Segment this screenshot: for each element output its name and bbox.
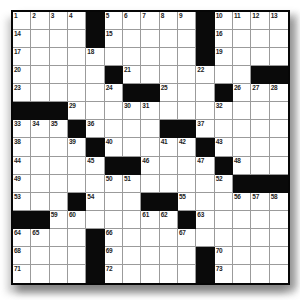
white-cell[interactable]: 70 (215, 247, 233, 265)
clue-number: 25 (161, 84, 168, 92)
white-cell[interactable]: 41 (160, 138, 178, 156)
clue-number: 18 (87, 48, 94, 56)
clue-number: 39 (69, 138, 76, 146)
clue-number: 56 (234, 193, 241, 201)
clue-number: 19 (216, 48, 223, 56)
clue-number: 53 (14, 193, 21, 201)
clue-number: 73 (216, 265, 223, 273)
white-cell[interactable] (270, 102, 288, 120)
clue-number: 51 (124, 175, 131, 183)
white-cell[interactable] (233, 229, 251, 247)
white-cell[interactable] (86, 102, 104, 120)
white-cell[interactable]: 45 (86, 157, 104, 175)
black-cell (215, 84, 233, 102)
white-cell[interactable] (31, 247, 49, 265)
black-cell (196, 12, 214, 30)
white-cell[interactable]: 59 (50, 211, 68, 229)
black-cell (196, 247, 214, 265)
white-cell[interactable]: 15 (105, 30, 123, 48)
white-cell[interactable] (31, 48, 49, 66)
white-cell[interactable] (215, 211, 233, 229)
white-cell[interactable]: 37 (196, 120, 214, 138)
clue-number: 34 (32, 120, 39, 128)
clue-number: 63 (197, 211, 204, 219)
clue-number: 58 (271, 193, 278, 201)
clue-number: 13 (271, 12, 278, 20)
white-cell[interactable] (141, 265, 159, 283)
white-cell[interactable] (105, 48, 123, 66)
clue-number: 59 (51, 211, 58, 219)
white-cell[interactable] (270, 247, 288, 265)
black-cell (31, 102, 49, 120)
white-cell[interactable] (50, 138, 68, 156)
clue-number: 62 (161, 211, 168, 219)
crossword-puzzle: 1234567891011121314151617181920212223242… (0, 0, 300, 300)
white-cell[interactable]: 35 (50, 120, 68, 138)
white-cell[interactable] (270, 265, 288, 283)
white-cell[interactable] (141, 138, 159, 156)
white-cell[interactable]: 52 (215, 175, 233, 193)
white-cell[interactable] (86, 66, 104, 84)
white-cell[interactable] (270, 138, 288, 156)
black-cell (178, 211, 196, 229)
white-cell[interactable] (196, 175, 214, 193)
white-cell[interactable]: 1 (13, 12, 31, 30)
white-cell[interactable]: 40 (105, 138, 123, 156)
clue-number: 66 (106, 229, 113, 237)
white-cell[interactable]: 9 (178, 12, 196, 30)
white-cell[interactable]: 56 (233, 193, 251, 211)
white-cell[interactable]: 38 (13, 138, 31, 156)
white-cell[interactable] (105, 211, 123, 229)
white-cell[interactable]: 54 (86, 193, 104, 211)
clue-number: 60 (69, 211, 76, 219)
clue-number: 38 (14, 138, 21, 146)
clue-number: 15 (106, 30, 113, 38)
clue-number: 71 (14, 265, 21, 273)
black-cell (123, 157, 141, 175)
white-cell[interactable]: 10 (215, 12, 233, 30)
white-cell[interactable] (270, 211, 288, 229)
white-cell[interactable] (141, 66, 159, 84)
white-cell[interactable]: 67 (178, 229, 196, 247)
white-cell[interactable] (123, 193, 141, 211)
clue-number: 31 (142, 102, 149, 110)
white-cell[interactable] (50, 193, 68, 211)
clue-number: 64 (14, 229, 21, 237)
white-cell[interactable] (160, 30, 178, 48)
white-cell[interactable]: 2 (31, 12, 49, 30)
white-cell[interactable]: 57 (251, 193, 269, 211)
white-cell[interactable]: 64 (13, 229, 31, 247)
black-cell (233, 175, 251, 193)
clue-number: 3 (51, 12, 54, 20)
white-cell[interactable] (68, 66, 86, 84)
white-cell[interactable] (233, 211, 251, 229)
white-cell[interactable]: 33 (13, 120, 31, 138)
black-cell (86, 265, 104, 283)
white-cell[interactable]: 65 (31, 229, 49, 247)
white-cell[interactable] (215, 193, 233, 211)
white-cell[interactable] (215, 66, 233, 84)
clue-number: 54 (87, 193, 94, 201)
black-cell (68, 120, 86, 138)
white-cell[interactable] (68, 30, 86, 48)
white-cell[interactable] (31, 138, 49, 156)
clue-number: 52 (216, 175, 223, 183)
white-cell[interactable] (31, 157, 49, 175)
white-cell[interactable]: 12 (251, 12, 269, 30)
white-cell[interactable]: 69 (105, 247, 123, 265)
clue-number: 49 (14, 175, 21, 183)
black-cell (160, 193, 178, 211)
black-cell (123, 84, 141, 102)
clue-number: 29 (69, 102, 76, 110)
white-cell[interactable] (178, 157, 196, 175)
black-cell (178, 120, 196, 138)
clue-number: 27 (252, 84, 259, 92)
black-cell (13, 211, 31, 229)
white-cell[interactable] (178, 247, 196, 265)
white-cell[interactable] (160, 229, 178, 247)
white-cell[interactable] (178, 48, 196, 66)
white-cell[interactable]: 47 (196, 157, 214, 175)
white-cell[interactable] (50, 66, 68, 84)
white-cell[interactable] (50, 157, 68, 175)
black-cell (196, 265, 214, 283)
white-cell[interactable]: 68 (13, 247, 31, 265)
black-cell (86, 30, 104, 48)
black-cell (105, 157, 123, 175)
white-cell[interactable] (178, 175, 196, 193)
clue-number: 35 (51, 120, 58, 128)
white-cell[interactable]: 18 (86, 48, 104, 66)
white-cell[interactable] (233, 265, 251, 283)
black-cell (196, 48, 214, 66)
white-cell[interactable]: 62 (160, 211, 178, 229)
white-cell[interactable]: 25 (160, 84, 178, 102)
white-cell[interactable]: 44 (13, 157, 31, 175)
white-cell[interactable]: 6 (123, 12, 141, 30)
white-cell[interactable] (123, 120, 141, 138)
white-cell[interactable]: 32 (215, 102, 233, 120)
clue-number: 55 (179, 193, 186, 201)
white-cell[interactable] (123, 30, 141, 48)
white-cell[interactable]: 53 (13, 193, 31, 211)
white-cell[interactable]: 29 (68, 102, 86, 120)
white-cell[interactable] (270, 48, 288, 66)
white-cell[interactable]: 27 (251, 84, 269, 102)
white-cell[interactable] (68, 157, 86, 175)
black-cell (86, 247, 104, 265)
white-cell[interactable]: 8 (160, 12, 178, 30)
black-cell (141, 193, 159, 211)
white-cell[interactable] (270, 157, 288, 175)
black-cell (141, 84, 159, 102)
clue-number: 65 (32, 229, 39, 237)
white-cell[interactable]: 22 (196, 66, 214, 84)
white-cell[interactable] (160, 66, 178, 84)
clue-number: 67 (179, 229, 186, 237)
clue-number: 50 (106, 175, 113, 183)
white-cell[interactable]: 63 (196, 211, 214, 229)
white-cell[interactable] (31, 265, 49, 283)
white-cell[interactable] (50, 175, 68, 193)
white-cell[interactable] (105, 102, 123, 120)
white-cell[interactable] (233, 30, 251, 48)
clue-number: 1 (14, 12, 17, 20)
white-cell[interactable]: 72 (105, 265, 123, 283)
white-cell[interactable]: 14 (13, 30, 31, 48)
white-cell[interactable]: 39 (68, 138, 86, 156)
clue-number: 46 (142, 157, 149, 165)
white-cell[interactable]: 16 (215, 30, 233, 48)
white-cell[interactable] (251, 138, 269, 156)
white-cell[interactable]: 31 (141, 102, 159, 120)
clue-number: 23 (14, 84, 21, 92)
black-cell (68, 193, 86, 211)
clue-number: 6 (124, 12, 127, 20)
clue-number: 2 (32, 12, 35, 20)
white-cell[interactable] (251, 30, 269, 48)
white-cell[interactable]: 61 (141, 211, 159, 229)
white-cell[interactable] (50, 247, 68, 265)
white-cell[interactable] (50, 84, 68, 102)
white-cell[interactable]: 5 (105, 12, 123, 30)
white-cell[interactable] (160, 247, 178, 265)
black-cell (13, 102, 31, 120)
white-cell[interactable] (251, 229, 269, 247)
black-cell (31, 211, 49, 229)
white-cell[interactable] (196, 102, 214, 120)
white-cell[interactable]: 60 (68, 211, 86, 229)
clue-number: 44 (14, 157, 21, 165)
clue-number: 33 (14, 120, 21, 128)
black-cell (270, 175, 288, 193)
clue-number: 22 (197, 66, 204, 74)
white-cell[interactable] (178, 84, 196, 102)
white-cell[interactable] (178, 66, 196, 84)
black-cell (105, 66, 123, 84)
white-cell[interactable] (251, 247, 269, 265)
black-cell (270, 66, 288, 84)
white-cell[interactable] (233, 247, 251, 265)
clue-number: 24 (106, 84, 113, 92)
white-cell[interactable] (251, 120, 269, 138)
clue-number: 11 (234, 12, 240, 20)
clue-number: 48 (234, 157, 241, 165)
white-cell[interactable] (233, 48, 251, 66)
white-cell[interactable]: 26 (233, 84, 251, 102)
clue-number: 36 (87, 120, 94, 128)
white-cell[interactable]: 34 (31, 120, 49, 138)
white-cell[interactable] (215, 229, 233, 247)
white-cell[interactable] (86, 211, 104, 229)
white-cell[interactable] (233, 120, 251, 138)
white-cell[interactable]: 30 (123, 102, 141, 120)
white-cell[interactable]: 13 (270, 12, 288, 30)
black-cell (86, 138, 104, 156)
clue-number: 17 (14, 48, 21, 56)
clue-number: 72 (106, 265, 113, 273)
white-cell[interactable] (251, 265, 269, 283)
clue-number: 10 (216, 12, 223, 20)
white-cell[interactable] (50, 30, 68, 48)
white-cell[interactable]: 48 (233, 157, 251, 175)
white-cell[interactable] (233, 66, 251, 84)
white-cell[interactable] (141, 48, 159, 66)
white-cell[interactable]: 20 (13, 66, 31, 84)
white-cell[interactable] (86, 175, 104, 193)
black-cell (215, 157, 233, 175)
clue-number: 41 (161, 138, 168, 146)
white-cell[interactable] (160, 175, 178, 193)
clue-number: 20 (14, 66, 21, 74)
white-cell[interactable] (251, 211, 269, 229)
white-cell[interactable]: 46 (141, 157, 159, 175)
clue-number: 57 (252, 193, 259, 201)
white-cell[interactable]: 58 (270, 193, 288, 211)
clue-number: 69 (106, 247, 113, 255)
white-cell[interactable] (68, 229, 86, 247)
clue-number: 37 (197, 120, 204, 128)
white-cell[interactable] (68, 265, 86, 283)
white-cell[interactable]: 11 (233, 12, 251, 30)
white-cell[interactable] (123, 229, 141, 247)
white-cell[interactable] (68, 48, 86, 66)
white-cell[interactable] (141, 120, 159, 138)
white-cell[interactable] (233, 102, 251, 120)
clue-number: 16 (216, 30, 223, 38)
white-cell[interactable] (160, 157, 178, 175)
clue-number: 61 (142, 211, 149, 219)
clue-number: 4 (69, 12, 72, 20)
white-cell[interactable] (251, 48, 269, 66)
black-cell (160, 120, 178, 138)
clue-number: 30 (124, 102, 131, 110)
clue-number: 70 (216, 247, 223, 255)
white-cell[interactable] (105, 120, 123, 138)
white-cell[interactable]: 36 (86, 120, 104, 138)
white-cell[interactable]: 7 (141, 12, 159, 30)
clue-number: 42 (179, 138, 186, 146)
white-cell[interactable]: 23 (13, 84, 31, 102)
white-cell[interactable] (160, 102, 178, 120)
clue-number: 12 (252, 12, 259, 20)
white-cell[interactable] (86, 84, 104, 102)
clue-number: 7 (142, 12, 145, 20)
white-cell[interactable]: 55 (178, 193, 196, 211)
black-cell (196, 30, 214, 48)
white-cell[interactable] (31, 193, 49, 211)
white-cell[interactable] (123, 48, 141, 66)
black-cell (50, 102, 68, 120)
white-cell[interactable]: 49 (13, 175, 31, 193)
white-cell[interactable] (123, 265, 141, 283)
white-cell[interactable]: 24 (105, 84, 123, 102)
white-cell[interactable]: 3 (50, 12, 68, 30)
white-cell[interactable] (178, 30, 196, 48)
white-cell[interactable] (270, 229, 288, 247)
white-cell[interactable]: 73 (215, 265, 233, 283)
white-cell[interactable] (31, 175, 49, 193)
white-cell[interactable] (68, 175, 86, 193)
white-cell[interactable] (31, 30, 49, 48)
clue-number: 21 (124, 66, 131, 74)
black-cell (86, 12, 104, 30)
white-cell[interactable]: 28 (270, 84, 288, 102)
white-cell[interactable] (141, 30, 159, 48)
white-cell[interactable]: 50 (105, 175, 123, 193)
white-cell[interactable]: 21 (123, 66, 141, 84)
white-cell[interactable] (50, 265, 68, 283)
clue-number: 32 (216, 102, 223, 110)
black-cell (196, 138, 214, 156)
white-cell[interactable] (196, 229, 214, 247)
white-cell[interactable] (196, 84, 214, 102)
white-cell[interactable] (251, 102, 269, 120)
white-cell[interactable] (251, 157, 269, 175)
white-cell[interactable] (178, 102, 196, 120)
white-cell[interactable] (160, 265, 178, 283)
white-cell[interactable] (141, 229, 159, 247)
clue-number: 45 (87, 157, 94, 165)
white-cell[interactable] (233, 138, 251, 156)
clue-number: 5 (106, 12, 109, 20)
black-cell (251, 175, 269, 193)
white-cell[interactable]: 71 (13, 265, 31, 283)
white-cell[interactable] (123, 138, 141, 156)
crossword-grid: 1234567891011121314151617181920212223242… (11, 10, 290, 285)
black-cell (86, 229, 104, 247)
clue-number: 40 (106, 138, 113, 146)
white-cell[interactable] (270, 120, 288, 138)
white-cell[interactable]: 66 (105, 229, 123, 247)
clue-number: 8 (161, 12, 164, 20)
white-cell[interactable] (31, 66, 49, 84)
white-cell[interactable] (50, 229, 68, 247)
clue-number: 68 (14, 247, 21, 255)
clue-number: 14 (14, 30, 21, 38)
white-cell[interactable] (196, 193, 214, 211)
white-cell[interactable]: 17 (13, 48, 31, 66)
white-cell[interactable]: 4 (68, 12, 86, 30)
white-cell[interactable] (31, 84, 49, 102)
clue-number: 9 (179, 12, 182, 20)
white-cell[interactable] (178, 265, 196, 283)
clue-number: 26 (234, 84, 241, 92)
clue-number: 28 (271, 84, 278, 92)
white-cell[interactable] (123, 211, 141, 229)
clue-number: 43 (216, 138, 223, 146)
white-cell[interactable] (68, 84, 86, 102)
white-cell[interactable] (68, 247, 86, 265)
white-cell[interactable] (141, 247, 159, 265)
white-cell[interactable] (160, 48, 178, 66)
clue-number: 47 (197, 157, 204, 165)
white-cell[interactable] (50, 48, 68, 66)
white-cell[interactable] (141, 175, 159, 193)
white-cell[interactable] (215, 120, 233, 138)
white-cell[interactable]: 51 (123, 175, 141, 193)
white-cell[interactable]: 19 (215, 48, 233, 66)
white-cell[interactable]: 43 (215, 138, 233, 156)
white-cell[interactable]: 42 (178, 138, 196, 156)
black-cell (251, 66, 269, 84)
white-cell[interactable] (123, 247, 141, 265)
white-cell[interactable] (270, 30, 288, 48)
white-cell[interactable] (105, 193, 123, 211)
